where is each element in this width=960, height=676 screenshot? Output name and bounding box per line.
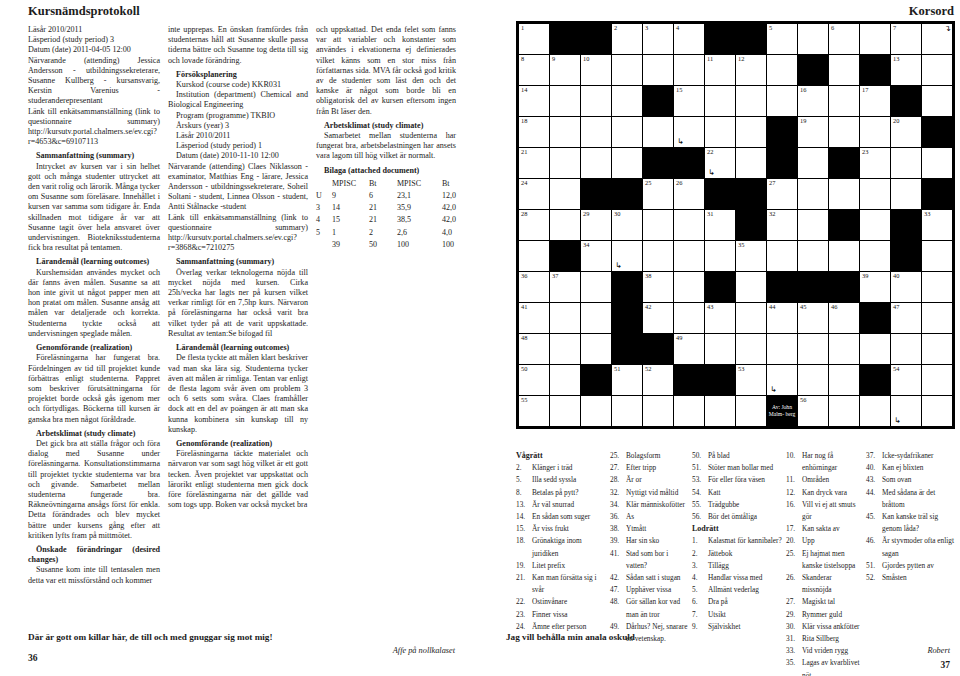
crossword-cell[interactable]: 10 <box>581 55 611 85</box>
black-cell <box>860 303 890 333</box>
crossword-cell[interactable]: 16 <box>798 86 828 116</box>
crossword-cell[interactable]: ↳ <box>674 117 704 147</box>
crossword-cell[interactable] <box>798 24 828 54</box>
crossword-cell[interactable]: 51 <box>612 365 642 395</box>
crossword-cell[interactable]: 20 <box>891 117 921 147</box>
crossword-cell[interactable] <box>674 303 704 333</box>
crossword-cell[interactable]: 36 <box>519 272 549 302</box>
paragraph: Läsperiod (study period) 1 <box>168 141 308 151</box>
black-cell <box>674 365 704 395</box>
crossword-cell[interactable] <box>829 117 859 147</box>
crossword-cell[interactable]: 27 <box>767 179 797 209</box>
clue-column-3: 50.På blad51.Stöter man bollar med53.För… <box>692 450 782 633</box>
crossword-cell[interactable] <box>550 148 580 178</box>
crossword-cell[interactable]: 29 <box>581 210 611 240</box>
clue-text: As <box>626 511 688 523</box>
crossword-cell[interactable]: 30 <box>612 210 642 240</box>
crossword-cell[interactable] <box>922 241 952 271</box>
clue-text: Efter tripp <box>626 462 688 474</box>
crossword-cell[interactable] <box>736 334 766 364</box>
clue-number: 12. <box>786 487 802 499</box>
black-cell <box>860 55 890 85</box>
clue-number: 23 <box>862 148 868 156</box>
crossword-cell[interactable] <box>798 210 828 240</box>
crossword-cell[interactable] <box>767 334 797 364</box>
crossword-cell[interactable] <box>798 334 828 364</box>
crossword-cell[interactable] <box>922 396 952 426</box>
clue: 45.Kan kanske träl sig genom låda? <box>866 511 956 535</box>
crossword-cell[interactable]: 40 <box>891 272 921 302</box>
crossword-cell[interactable] <box>736 396 766 426</box>
bilaga-cell: 9 <box>332 190 369 202</box>
crossword-cell[interactable] <box>581 303 611 333</box>
clue-number: 39 <box>862 272 868 280</box>
clue-text: Är viss frukt <box>532 523 604 535</box>
crossword-cell[interactable] <box>829 241 859 271</box>
left-page-title: Kursnämdsprotokoll <box>28 4 140 19</box>
page-number-left: 36 <box>28 653 38 663</box>
crossword-cell[interactable]: 42 <box>643 303 673 333</box>
crossword-cell[interactable]: 49 <box>674 334 704 364</box>
clue-number: 35 <box>738 241 744 249</box>
crossword-cell[interactable] <box>798 241 828 271</box>
crossword-cell[interactable]: 23 <box>860 148 890 178</box>
crossword-cell[interactable] <box>736 86 766 116</box>
crossword-cell[interactable]: 8 <box>519 55 549 85</box>
clue-number: 50. <box>692 450 708 462</box>
crossword-cell[interactable] <box>829 179 859 209</box>
crossword-cell[interactable]: 1 <box>519 24 549 54</box>
crossword-cell[interactable] <box>674 241 704 271</box>
clue-number: 27 <box>769 179 775 187</box>
clue-number: 25 <box>645 179 651 187</box>
clue: 8.Betalas på pytt? <box>516 487 604 499</box>
clue: 2.Jättebok <box>692 548 782 560</box>
crossword-cell[interactable]: 14 <box>519 86 549 116</box>
crossword-cell[interactable]: 6 <box>829 24 859 54</box>
crossword-cell[interactable] <box>550 303 580 333</box>
crossword-cell[interactable]: 22↳ <box>705 148 735 178</box>
crossword-cell[interactable] <box>829 365 859 395</box>
clue-number: 11 <box>707 55 713 63</box>
paragraph: och uppskattad. Det enda felet som fanns… <box>316 25 456 117</box>
clue-number: 43 <box>707 303 713 311</box>
clue-text: Grönaktiga inom juridiken <box>532 535 604 559</box>
paragraph: Kurshemsidan användes mycket och där fan… <box>28 268 160 339</box>
crossword-cell[interactable]: 24 <box>519 179 549 209</box>
crossword-cell[interactable] <box>829 55 859 85</box>
clue-text: Jättebok <box>708 548 782 560</box>
clue-text: Kalasmat för kannibaler? <box>708 535 782 547</box>
clue-number: 26. <box>786 572 802 596</box>
black-cell <box>736 24 766 54</box>
clue-number: 52 <box>645 365 651 373</box>
crossword-cell[interactable]: 32 <box>767 210 797 240</box>
clue-text: Är väl snurrad <box>532 499 604 511</box>
crossword-cell[interactable] <box>736 303 766 333</box>
crossword-cell[interactable]: 35 <box>736 241 766 271</box>
section-heading: Sammanfattning (summary) <box>168 257 308 267</box>
crossword-cell[interactable]: 21 <box>519 148 549 178</box>
clue: 1.Kalasmat för kannibaler? <box>692 535 782 547</box>
clue-number: 45. <box>866 511 882 535</box>
crossword-cell[interactable]: 31 <box>705 210 735 240</box>
clue-column-1: Vågrätt2.Klänger i träd5.Illa sedd syssl… <box>516 450 604 633</box>
clue-text: Icke-sydafrikaner <box>882 450 956 462</box>
black-cell <box>829 272 859 302</box>
crossword-grid: 1234567↴89101112131415161718↳19202122↳23… <box>516 21 955 429</box>
crossword-cell[interactable] <box>643 210 673 240</box>
black-cell <box>891 241 921 271</box>
crossword-cell[interactable] <box>674 396 704 426</box>
clue-text: På blad <box>708 450 782 462</box>
clue-number: 22. <box>516 596 532 608</box>
clue-number: 43. <box>866 474 882 486</box>
crossword-cell[interactable]: 46 <box>829 303 859 333</box>
clue: 16.Vill vi ej att smuts gör <box>786 499 862 523</box>
section-heading: Genomförande (realization) <box>168 439 308 449</box>
crossword-cell[interactable] <box>612 148 642 178</box>
crossword-cell[interactable] <box>829 334 859 364</box>
byline-cell: Av: John Malm- berg <box>767 396 797 426</box>
black-cell <box>612 272 642 302</box>
clue-column-2: 25.Bolagsform27.Efter tripp28.Är or32.Ny… <box>610 450 688 645</box>
paragraph: Årskurs (year) 3 <box>168 121 308 131</box>
clue: 23.Finner vissa <box>516 609 604 621</box>
crossword-cell[interactable] <box>612 396 642 426</box>
crossword-cell[interactable] <box>643 396 673 426</box>
clue-number: 42 <box>645 303 651 311</box>
clue-number: 12 <box>738 55 744 63</box>
clue: 43.Som ovan <box>866 474 956 486</box>
black-cell <box>705 272 735 302</box>
crossword-cell[interactable]: 54 <box>891 365 921 395</box>
crossword-cell[interactable]: 25 <box>643 179 673 209</box>
crossword-cell[interactable]: 47 <box>891 303 921 333</box>
crossword-cell[interactable]: 4 <box>674 24 704 54</box>
paragraph: De flesta tyckte att målen klart beskriv… <box>168 353 308 435</box>
clue: 27.Magiskt tal <box>786 596 862 608</box>
crossword-cell[interactable]: 3 <box>643 24 673 54</box>
clue-number: 46. <box>866 535 882 559</box>
crossword-cell[interactable]: 34 <box>581 241 611 271</box>
paragraph: Institution (department) Chemical and Bi… <box>168 90 308 110</box>
paragraph: Susanne kom inte till tentasalen men det… <box>28 565 160 585</box>
clue-number: 48 <box>521 334 527 342</box>
crossword-cell[interactable] <box>581 396 611 426</box>
crossword-cell[interactable]: ↳ <box>767 365 797 395</box>
crossword-cell[interactable]: 38 <box>643 272 673 302</box>
crossword-cell[interactable] <box>581 86 611 116</box>
clue-number: 28. <box>610 474 626 486</box>
right-page-title: Korsord <box>506 4 954 19</box>
clue-list-heading: Lodrätt <box>692 523 782 535</box>
crossword-cell[interactable]: 9 <box>550 55 580 85</box>
crossword-cell[interactable] <box>767 241 797 271</box>
protocol-column-1: Läsår 2010/2011Läsperiod (study period) … <box>28 25 160 586</box>
crossword-cell[interactable] <box>736 272 766 302</box>
crossword-cell[interactable] <box>674 210 704 240</box>
clue-text: En sådan som suger <box>532 511 604 523</box>
clue-number: 23. <box>516 609 532 621</box>
crossword-cell[interactable]: 44 <box>767 303 797 333</box>
clue-number: 4. <box>692 572 708 584</box>
clue: 3.Tillägg <box>692 560 782 572</box>
crossword-cell[interactable] <box>581 117 611 147</box>
crossword-cell[interactable] <box>891 334 921 364</box>
clue-number: 4 <box>676 24 679 32</box>
crossword-cell[interactable]: ↳ <box>891 396 921 426</box>
clue: 5.Allmänt vederlag <box>692 584 782 596</box>
clue-text: Allmänt vederlag <box>708 584 782 596</box>
clue: 47.Upphäver vissa <box>610 584 688 596</box>
crossword-cell[interactable]: 33 <box>922 210 952 240</box>
clue-number: 24 <box>521 179 527 187</box>
crossword-cell[interactable] <box>550 334 580 364</box>
crossword-cell[interactable] <box>581 272 611 302</box>
clue: 34.Klär människofötter <box>610 499 688 511</box>
clue-text: Småsten <box>882 572 956 584</box>
clue-number: 41 <box>521 303 527 311</box>
direction-arrow-icon: ↳ <box>770 386 777 394</box>
clue: 15.Är viss frukt <box>516 523 604 535</box>
crossword-cell[interactable]: 5 <box>767 24 797 54</box>
clue-text: Ej hajmat men kanske tistelsoppa <box>802 548 862 572</box>
clue: 46.Är styvmoder ofta enligt sagan <box>866 535 956 559</box>
section-heading: Lärandemål (learning outcomes) <box>28 257 160 267</box>
clue-number: 55. <box>692 499 708 511</box>
crossword-cell[interactable] <box>860 117 890 147</box>
black-cell <box>705 179 735 209</box>
clue: 18.Grönaktiga inom juridiken <box>516 535 604 559</box>
crossword-cell[interactable] <box>550 86 580 116</box>
black-cell <box>798 272 828 302</box>
clue-number: 39. <box>610 535 626 547</box>
clue: 40.Kan ej blixten <box>866 462 956 474</box>
clue-text: Bolagsform <box>626 450 688 462</box>
paragraph: Läsperiod (study period) 3 <box>28 35 160 45</box>
crossword-cell[interactable] <box>767 86 797 116</box>
crossword-cell[interactable] <box>550 365 580 395</box>
clue: 7.Utsikt <box>692 609 782 621</box>
crossword-cell[interactable] <box>643 55 673 85</box>
crossword-cell[interactable]: 7 <box>891 24 921 54</box>
crossword-cell[interactable] <box>860 334 890 364</box>
clue-number: 10 <box>583 55 589 63</box>
section-heading: Önskade förändringar (desired changes) <box>28 545 160 565</box>
crossword-cell[interactable]: 13 <box>891 55 921 85</box>
section-heading: Sammanfattning (summary) <box>28 151 160 161</box>
crossword-cell[interactable] <box>550 396 580 426</box>
crossword-cell[interactable] <box>612 55 642 85</box>
clue: 10.Har nog få enhörningar <box>786 450 862 474</box>
black-cell <box>674 148 704 178</box>
clue: 37.Icke-sydafrikaner <box>866 450 956 462</box>
crossword-cell[interactable] <box>922 55 952 85</box>
bilaga-col-header: MPISC <box>397 178 442 190</box>
crossword-cell[interactable] <box>922 148 952 178</box>
clue-text: Finner vissa <box>532 609 604 621</box>
clue-number: 55 <box>521 396 527 404</box>
crossword-cell[interactable]: 52 <box>643 365 673 395</box>
clue-text: Rymmer guld <box>802 609 862 621</box>
black-cell <box>798 55 828 85</box>
paragraph: Kurskod (course code) KKR031 <box>168 80 308 90</box>
clue-number: 25. <box>610 450 626 462</box>
crossword-cell[interactable] <box>705 117 735 147</box>
crossword-cell[interactable]: 50 <box>519 365 549 395</box>
paragraph: Överlag verkar teknologerna nöjda till m… <box>168 268 308 339</box>
crossword-cell[interactable] <box>860 24 890 54</box>
clue-number: 5 <box>769 24 772 32</box>
crossword-cell[interactable] <box>922 303 952 333</box>
crossword-cell[interactable] <box>829 396 859 426</box>
crossword-cell[interactable] <box>860 241 890 271</box>
black-cell <box>922 179 952 209</box>
bilaga-cell: U <box>316 190 332 202</box>
crossword-cell[interactable] <box>519 241 549 271</box>
clue: 25.Bolagsform <box>610 450 688 462</box>
crossword-cell[interactable]: 19 <box>798 117 828 147</box>
bilaga-cell: 100 <box>442 239 474 251</box>
clue-number: 32 <box>769 210 775 218</box>
crossword-cell[interactable]: 55 <box>519 396 549 426</box>
crossword-cell[interactable]: 45 <box>798 303 828 333</box>
crossword-cell[interactable] <box>643 241 673 271</box>
crossword-cell[interactable]: 41 <box>519 303 549 333</box>
crossword-cell[interactable] <box>550 179 580 209</box>
paragraph: Datum (date) 2010-11-10 12:00 <box>168 151 308 161</box>
crossword-cell[interactable] <box>736 117 766 147</box>
crossword-cell[interactable] <box>860 210 890 240</box>
clue-number: 34 <box>583 241 589 249</box>
clue-text: Är styvmoder ofta enligt sagan <box>882 535 956 559</box>
crossword-cell[interactable] <box>922 86 952 116</box>
clue-text: Ytmått <box>626 523 688 535</box>
crossword-cell[interactable]: 2 <box>612 24 642 54</box>
clue-text: Har nog få enhörningar <box>802 450 862 474</box>
bilaga-cell: 50 <box>369 239 397 251</box>
clue-text: Betalas på pytt? <box>532 487 604 499</box>
paragraph: Närvarande (attending) Claes Niklasson -… <box>168 162 308 213</box>
clue-number: 22 <box>707 148 713 156</box>
black-cell <box>860 365 890 395</box>
clue: 14.En sådan som suger <box>516 511 604 523</box>
black-cell <box>767 148 797 178</box>
clue-number: 28 <box>521 210 527 218</box>
crossword-cell[interactable]: 17 <box>860 86 890 116</box>
bilaga-cell: 21 <box>369 202 397 214</box>
crossword-cell[interactable] <box>612 117 642 147</box>
bilaga-cell: 38,5 <box>397 214 442 226</box>
crossword-cell[interactable] <box>829 86 859 116</box>
crossword-cell[interactable]: 18 <box>519 117 549 147</box>
bilaga-col-header: Bt <box>442 178 474 190</box>
crossword-cell[interactable]: 12 <box>736 55 766 85</box>
crossword-cell[interactable]: ↴ <box>922 24 952 54</box>
crossword-cell[interactable] <box>705 241 735 271</box>
black-cell <box>922 117 952 147</box>
crossword-cell[interactable] <box>736 148 766 178</box>
clue: 26.Skanderar missnöjda <box>786 572 862 596</box>
crossword-cell[interactable]: 11 <box>705 55 735 85</box>
crossword-cell[interactable] <box>891 179 921 209</box>
clue-number: 37 <box>552 272 558 280</box>
crossword-cell[interactable] <box>612 86 642 116</box>
crossword-cell[interactable] <box>922 334 952 364</box>
clue-number: 7. <box>692 609 708 621</box>
clue: 4.Handlar vissa med <box>692 572 782 584</box>
crossword-cell[interactable] <box>860 179 890 209</box>
crossword-cell[interactable] <box>581 334 611 364</box>
crossword-cell[interactable] <box>891 148 921 178</box>
clue-text: Klär människofötter <box>626 499 688 511</box>
crossword-cell[interactable] <box>550 210 580 240</box>
black-cell <box>612 334 642 364</box>
clue: 39.Har sin sko <box>610 535 688 547</box>
crossword-cell[interactable]: 28 <box>519 210 549 240</box>
crossword-cell[interactable] <box>922 365 952 395</box>
clue: 27.Efter tripp <box>610 462 688 474</box>
clue-number: 17. <box>786 523 802 535</box>
crossword-cell[interactable]: 56 <box>798 396 828 426</box>
clue: 11.Områden <box>786 474 862 486</box>
crossword-cell[interactable] <box>798 179 828 209</box>
crossword-cell[interactable]: 48 <box>519 334 549 364</box>
crossword-cell[interactable]: 26 <box>674 179 704 209</box>
crossword-cell[interactable] <box>581 148 611 178</box>
crossword-cell[interactable] <box>550 117 580 147</box>
clue: 5.Illa sedd syssla <box>516 474 604 486</box>
crossword-cell[interactable] <box>798 365 828 395</box>
section-heading: Bilaga (attached document) <box>316 166 456 176</box>
crossword-cell[interactable]: 43 <box>705 303 735 333</box>
crossword-cell[interactable] <box>705 396 735 426</box>
clue-text: Utsikt <box>708 609 782 621</box>
clue-number: 53 <box>738 365 744 373</box>
clue-number: 41. <box>610 548 626 572</box>
crossword-cell[interactable]: 37 <box>550 272 580 302</box>
clue: 6.Dra på <box>692 596 782 608</box>
page-number-right: 37 <box>506 660 950 670</box>
crossword-cell[interactable] <box>705 86 735 116</box>
crossword-cell[interactable]: ↳ <box>612 241 642 271</box>
crossword-cell[interactable] <box>922 272 952 302</box>
crossword-cell[interactable] <box>767 55 797 85</box>
clue-number: 27. <box>610 462 626 474</box>
crossword-cell[interactable] <box>860 396 890 426</box>
crossword-cell[interactable] <box>798 148 828 178</box>
crossword-cell[interactable] <box>643 117 673 147</box>
bilaga-cell: 39 <box>332 239 369 251</box>
crossword-cell[interactable]: 15 <box>674 86 704 116</box>
crossword-cell[interactable] <box>705 334 735 364</box>
clue-number: 2. <box>692 548 708 560</box>
crossword-cell[interactable]: 39 <box>860 272 890 302</box>
clue-text: Bör det ömtåliga <box>708 511 782 523</box>
clue-number: 40. <box>866 462 882 474</box>
clue-number: 38. <box>610 523 626 535</box>
clue-number: 6. <box>692 596 708 608</box>
clue-number: 19 <box>800 117 806 125</box>
crossword-cell[interactable]: 53 <box>736 365 766 395</box>
black-cell <box>829 210 859 240</box>
crossword-cell[interactable] <box>674 272 704 302</box>
clue-text: Nyttigt vid måltid <box>626 487 688 499</box>
crossword-cell[interactable] <box>674 55 704 85</box>
clue: 56.Bör det ömtåliga <box>692 511 782 523</box>
direction-arrow-icon: ↳ <box>615 262 622 270</box>
